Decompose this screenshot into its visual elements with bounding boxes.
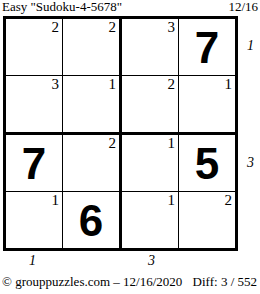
- cell-r2c2[interactable]: 1: [63, 76, 122, 135]
- cell-r3c4[interactable]: 5: [179, 135, 235, 192]
- corner-mark: 1: [225, 76, 233, 93]
- corner-mark: 2: [52, 19, 60, 36]
- puzzle-title: Easy "Sudoku-4-5678": [2, 0, 122, 14]
- corner-mark: 1: [52, 192, 60, 209]
- cell-r3c2[interactable]: 2: [63, 135, 122, 192]
- corner-mark: 2: [168, 76, 176, 93]
- cell-value: 6: [79, 198, 103, 243]
- cell-r1c1[interactable]: 2: [6, 19, 63, 76]
- cell-value: 5: [195, 141, 219, 186]
- cell-r1c4[interactable]: 7: [179, 19, 235, 76]
- col-label-bottom-3: 3: [148, 253, 155, 269]
- cell-r4c1[interactable]: 1: [6, 192, 63, 248]
- corner-mark: 2: [109, 19, 117, 36]
- corner-mark: 1: [109, 76, 117, 93]
- cell-r3c1[interactable]: 7: [6, 135, 63, 192]
- cell-r1c3[interactable]: 3: [122, 19, 179, 76]
- copyright-text: © grouppuzzles.com – 12/16/2020: [2, 274, 182, 290]
- row-label-right-3: 3: [247, 155, 254, 171]
- cell-r4c2[interactable]: 6: [63, 192, 122, 248]
- cell-value: 7: [195, 25, 219, 70]
- cell-r2c1[interactable]: 3: [6, 76, 63, 135]
- cell-r2c4[interactable]: 1: [179, 76, 235, 135]
- corner-mark: 3: [52, 76, 60, 93]
- difficulty-text: Diff: 3 / 552: [193, 274, 257, 290]
- row-label-right-1: 1: [247, 38, 254, 54]
- cell-r4c3[interactable]: 1: [122, 192, 179, 248]
- corner-mark: 2: [109, 135, 117, 152]
- corner-mark: 3: [168, 19, 176, 36]
- page-number: 12/16: [228, 0, 258, 14]
- cell-value: 7: [22, 141, 46, 186]
- cell-r4c4[interactable]: 2: [179, 192, 235, 248]
- col-label-bottom-1: 1: [29, 253, 36, 269]
- corner-mark: 1: [168, 135, 176, 152]
- sudoku-board: 2 2 3 7 3 1 2 1 7 2 1 5: [3, 16, 238, 251]
- cell-r3c3[interactable]: 1: [122, 135, 179, 192]
- corner-mark: 2: [225, 192, 233, 209]
- corner-mark: 1: [168, 192, 176, 209]
- cell-r1c2[interactable]: 2: [63, 19, 122, 76]
- cell-r2c3[interactable]: 2: [122, 76, 179, 135]
